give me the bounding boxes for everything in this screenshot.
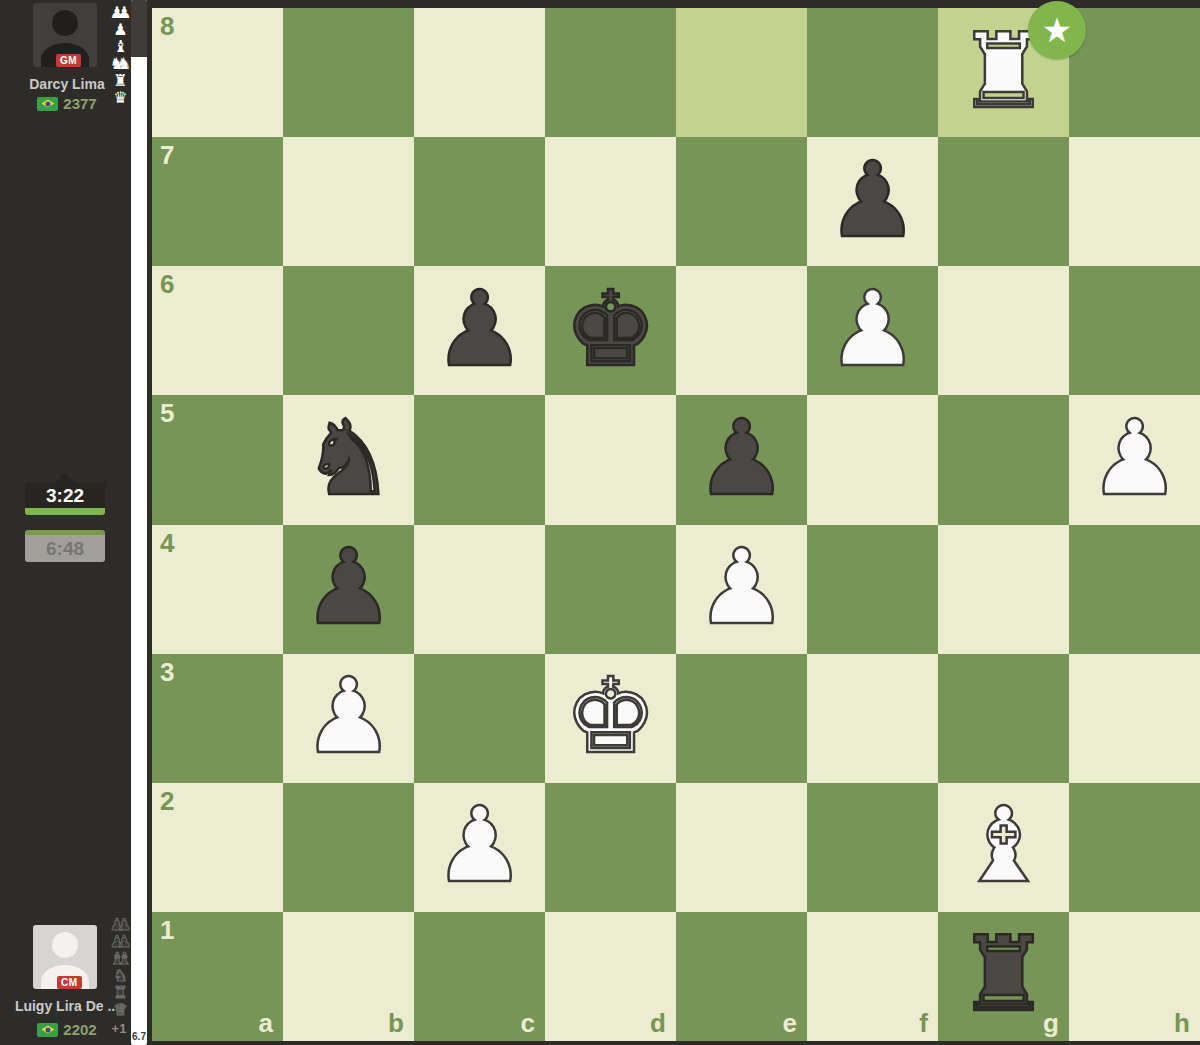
- star-icon: ★: [1042, 13, 1072, 47]
- square-a1[interactable]: 1a: [152, 912, 283, 1041]
- file-label-h: h: [1174, 1008, 1190, 1039]
- square-d4[interactable]: [545, 525, 676, 654]
- square-f7[interactable]: ♟: [807, 137, 938, 266]
- square-f5[interactable]: [807, 395, 938, 524]
- bottom-captured-bishop-pair-icon: ♝♝: [102, 950, 136, 967]
- bottom-player-rating: 2202: [63, 1021, 96, 1038]
- file-label-c: c: [521, 1008, 535, 1039]
- square-b2[interactable]: [283, 783, 414, 912]
- piece-black-king-d6[interactable]: ♚: [564, 277, 657, 381]
- square-h4[interactable]: [1069, 525, 1200, 654]
- square-f1[interactable]: f: [807, 912, 938, 1041]
- square-g5[interactable]: [938, 395, 1069, 524]
- square-b3[interactable]: ♟: [283, 654, 414, 783]
- square-h5[interactable]: ♟: [1069, 395, 1200, 524]
- square-e7[interactable]: [676, 137, 807, 266]
- top-player-clock-active-bar: [25, 508, 105, 515]
- square-d3[interactable]: ♚: [545, 654, 676, 783]
- square-c7[interactable]: [414, 137, 545, 266]
- chess-board[interactable]: 8♜★7♟6♟♚♟5♞♟♟4♟♟3♟♚2♟♝1abcdefg♜h: [152, 8, 1200, 1041]
- top-player-title-badge: GM: [56, 54, 81, 67]
- square-c3[interactable]: [414, 654, 545, 783]
- piece-white-bishop-g2[interactable]: ♝: [957, 793, 1050, 897]
- top-player-clock-time: 3:22: [25, 483, 105, 508]
- rank-label-6: 6: [160, 269, 174, 300]
- square-e6[interactable]: [676, 266, 807, 395]
- file-label-e: e: [783, 1008, 797, 1039]
- square-a6[interactable]: 6: [152, 266, 283, 395]
- bottom-captured-knight-icon: ♞: [102, 967, 136, 984]
- piece-black-pawn-b4[interactable]: ♟: [302, 535, 395, 639]
- piece-black-knight-b5[interactable]: ♞: [302, 406, 395, 510]
- square-g2[interactable]: ♝: [938, 783, 1069, 912]
- bottom-captured-rook-icon: ♜: [102, 984, 136, 1001]
- square-g1[interactable]: g♜: [938, 912, 1069, 1041]
- best-move-star-badge: ★: [1028, 1, 1086, 59]
- bottom-captured-pawn-pair-icon: ♟♟: [102, 916, 136, 933]
- square-a4[interactable]: 4: [152, 525, 283, 654]
- square-a5[interactable]: 5: [152, 395, 283, 524]
- square-b5[interactable]: ♞: [283, 395, 414, 524]
- square-a2[interactable]: 2: [152, 783, 283, 912]
- square-a8[interactable]: 8: [152, 8, 283, 137]
- square-c4[interactable]: [414, 525, 545, 654]
- square-h8[interactable]: [1069, 8, 1200, 137]
- square-h1[interactable]: h: [1069, 912, 1200, 1041]
- square-c1[interactable]: c: [414, 912, 545, 1041]
- square-g7[interactable]: [938, 137, 1069, 266]
- piece-black-pawn-c6[interactable]: ♟: [433, 277, 526, 381]
- rank-label-5: 5: [160, 398, 174, 429]
- rank-label-7: 7: [160, 140, 174, 171]
- square-h2[interactable]: [1069, 783, 1200, 912]
- square-b4[interactable]: ♟: [283, 525, 414, 654]
- piece-black-pawn-f7[interactable]: ♟: [826, 148, 919, 252]
- square-f4[interactable]: [807, 525, 938, 654]
- square-b6[interactable]: [283, 266, 414, 395]
- bottom-player-clock: 6:48: [25, 530, 105, 562]
- file-label-d: d: [650, 1008, 666, 1039]
- square-d7[interactable]: [545, 137, 676, 266]
- square-e5[interactable]: ♟: [676, 395, 807, 524]
- square-e2[interactable]: [676, 783, 807, 912]
- file-label-b: b: [388, 1008, 404, 1039]
- piece-white-king-d3[interactable]: ♚: [564, 664, 657, 768]
- square-h7[interactable]: [1069, 137, 1200, 266]
- piece-black-rook-g1[interactable]: ♜: [957, 922, 1050, 1026]
- square-d6[interactable]: ♚: [545, 266, 676, 395]
- material-advantage: +1: [102, 1021, 136, 1036]
- piece-white-pawn-b3[interactable]: ♟: [302, 664, 395, 768]
- square-h3[interactable]: [1069, 654, 1200, 783]
- piece-white-pawn-e4[interactable]: ♟: [695, 535, 788, 639]
- square-e3[interactable]: [676, 654, 807, 783]
- square-e1[interactable]: e: [676, 912, 807, 1041]
- rank-label-1: 1: [160, 915, 174, 946]
- square-b7[interactable]: [283, 137, 414, 266]
- square-c2[interactable]: ♟: [414, 783, 545, 912]
- square-f8[interactable]: [807, 8, 938, 137]
- evaluation-bar: 6.7: [131, 0, 147, 1045]
- square-g6[interactable]: [938, 266, 1069, 395]
- square-f2[interactable]: [807, 783, 938, 912]
- piece-white-pawn-c2[interactable]: ♟: [433, 793, 526, 897]
- square-g3[interactable]: [938, 654, 1069, 783]
- bottom-captured-pawn-pair-icon: ♟♟: [102, 933, 136, 950]
- square-b8[interactable]: [283, 8, 414, 137]
- square-d1[interactable]: d: [545, 912, 676, 1041]
- evaluation-black-portion: [131, 0, 147, 57]
- bottom-captured-queen-icon: ♛: [102, 1001, 136, 1018]
- square-d5[interactable]: [545, 395, 676, 524]
- square-e4[interactable]: ♟: [676, 525, 807, 654]
- square-c5[interactable]: [414, 395, 545, 524]
- rank-label-8: 8: [160, 11, 174, 42]
- square-a3[interactable]: 3: [152, 654, 283, 783]
- square-c8[interactable]: [414, 8, 545, 137]
- square-b1[interactable]: b: [283, 912, 414, 1041]
- rank-label-4: 4: [160, 528, 174, 559]
- square-g8[interactable]: ♜★: [938, 8, 1069, 137]
- file-label-f: f: [919, 1008, 928, 1039]
- rank-label-2: 2: [160, 786, 174, 817]
- brazil-flag-icon: [37, 1023, 58, 1037]
- bottom-captured-tray: ♟♟♟♟♝♝♞♜♛: [102, 916, 136, 1018]
- bottom-player-clock-time: 6:48: [25, 535, 105, 562]
- piece-white-pawn-h5[interactable]: ♟: [1088, 406, 1181, 510]
- file-label-a: a: [259, 1008, 273, 1039]
- square-d2[interactable]: [545, 783, 676, 912]
- active-clock-pointer-icon: [55, 472, 75, 483]
- top-player-clock: 3:22: [25, 483, 105, 515]
- square-c6[interactable]: ♟: [414, 266, 545, 395]
- square-f3[interactable]: [807, 654, 938, 783]
- top-player-rating: 2377: [63, 95, 96, 112]
- rank-label-3: 3: [160, 657, 174, 688]
- square-f6[interactable]: ♟: [807, 266, 938, 395]
- square-g4[interactable]: [938, 525, 1069, 654]
- square-d8[interactable]: [545, 8, 676, 137]
- piece-white-pawn-f6[interactable]: ♟: [826, 277, 919, 381]
- square-h6[interactable]: [1069, 266, 1200, 395]
- square-a7[interactable]: 7: [152, 137, 283, 266]
- square-e8[interactable]: [676, 8, 807, 137]
- chess-app: { "game": "chess", "position": { "fen": …: [0, 0, 1200, 1045]
- piece-black-pawn-e5[interactable]: ♟: [695, 406, 788, 510]
- brazil-flag-icon: [37, 97, 58, 111]
- bottom-player-title-badge: CM: [57, 976, 82, 989]
